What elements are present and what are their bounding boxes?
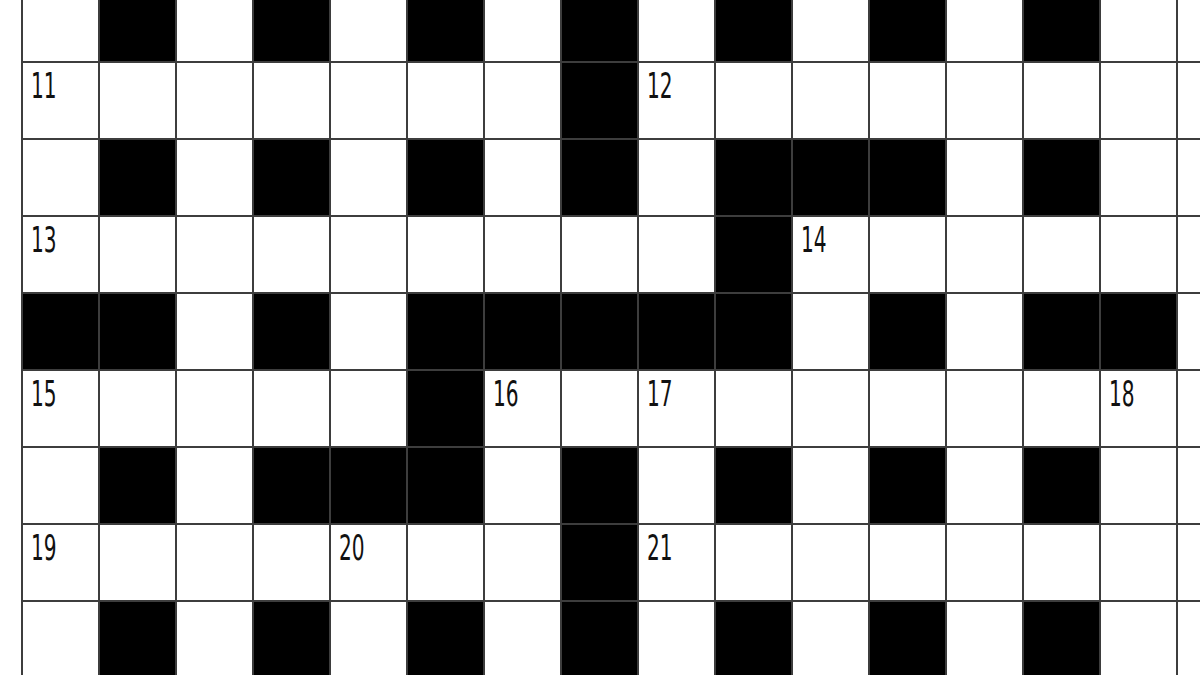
white-cell-r1c15[interactable]	[1178, 63, 1200, 138]
black-cell-r2c3	[254, 140, 329, 215]
white-cell-r3c10[interactable]: 14	[793, 217, 868, 292]
clue-number-13: 13	[31, 222, 57, 258]
white-cell-r3c15[interactable]	[1178, 217, 1200, 292]
white-cell-r7c3[interactable]	[254, 525, 329, 600]
black-cell-r8c1	[100, 602, 175, 675]
black-cell-r6c11	[870, 448, 945, 523]
white-cell-r1c2[interactable]	[177, 63, 252, 138]
white-cell-r1c13[interactable]	[1024, 63, 1099, 138]
white-cell-r5c8[interactable]: 17	[639, 371, 714, 446]
crossword-grid: 1112131415161718192021	[21, 0, 1200, 675]
white-cell-r3c14[interactable]	[1101, 217, 1176, 292]
white-cell-r4c2[interactable]	[177, 294, 252, 369]
white-cell-r6c15[interactable]	[1178, 448, 1200, 523]
clue-number-11: 11	[31, 68, 57, 104]
white-cell-r2c4[interactable]	[331, 140, 406, 215]
white-cell-r0c14[interactable]	[1101, 0, 1176, 61]
white-cell-r5c10[interactable]	[793, 371, 868, 446]
black-cell-r0c5	[408, 0, 483, 61]
clue-number-14: 14	[801, 222, 827, 258]
black-cell-r7c7	[562, 525, 637, 600]
black-cell-r6c1	[100, 448, 175, 523]
clue-number-21: 21	[647, 530, 673, 566]
white-cell-r3c13[interactable]	[1024, 217, 1099, 292]
white-cell-r8c8[interactable]	[639, 602, 714, 675]
black-cell-r6c3	[254, 448, 329, 523]
white-cell-r3c4[interactable]	[331, 217, 406, 292]
black-cell-r8c5	[408, 602, 483, 675]
white-cell-r1c5[interactable]	[408, 63, 483, 138]
white-cell-r6c8[interactable]	[639, 448, 714, 523]
black-cell-r2c7	[562, 140, 637, 215]
clue-number-18: 18	[1109, 376, 1135, 412]
white-cell-r3c6[interactable]	[485, 217, 560, 292]
black-cell-r4c5	[408, 294, 483, 369]
white-cell-r7c4[interactable]: 20	[331, 525, 406, 600]
white-cell-r3c1[interactable]	[100, 217, 175, 292]
white-cell-r7c6[interactable]	[485, 525, 560, 600]
white-cell-r0c8[interactable]	[639, 0, 714, 61]
white-cell-r5c9[interactable]	[716, 371, 791, 446]
black-cell-r2c13	[1024, 140, 1099, 215]
white-cell-r7c15[interactable]	[1178, 525, 1200, 600]
white-cell-r2c0[interactable]	[23, 140, 98, 215]
white-cell-r1c11[interactable]	[870, 63, 945, 138]
white-cell-r5c11[interactable]	[870, 371, 945, 446]
black-cell-r0c13	[1024, 0, 1099, 61]
white-cell-r1c8[interactable]: 12	[639, 63, 714, 138]
white-cell-r7c11[interactable]	[870, 525, 945, 600]
black-cell-r8c9	[716, 602, 791, 675]
black-cell-r6c5	[408, 448, 483, 523]
white-cell-r6c12[interactable]	[947, 448, 1022, 523]
black-cell-r4c11	[870, 294, 945, 369]
black-cell-r2c9	[716, 140, 791, 215]
clue-number-19: 19	[31, 530, 57, 566]
white-cell-r8c15[interactable]	[1178, 602, 1200, 675]
white-cell-r1c14[interactable]	[1101, 63, 1176, 138]
white-cell-r7c12[interactable]	[947, 525, 1022, 600]
white-cell-r7c8[interactable]: 21	[639, 525, 714, 600]
white-cell-r8c2[interactable]	[177, 602, 252, 675]
white-cell-r6c14[interactable]	[1101, 448, 1176, 523]
black-cell-r4c3	[254, 294, 329, 369]
white-cell-r2c6[interactable]	[485, 140, 560, 215]
white-cell-r3c2[interactable]	[177, 217, 252, 292]
white-cell-r8c0[interactable]	[23, 602, 98, 675]
white-cell-r0c2[interactable]	[177, 0, 252, 61]
white-cell-r8c12[interactable]	[947, 602, 1022, 675]
white-cell-r5c3[interactable]	[254, 371, 329, 446]
white-cell-r8c10[interactable]	[793, 602, 868, 675]
white-cell-r1c4[interactable]	[331, 63, 406, 138]
white-cell-r2c12[interactable]	[947, 140, 1022, 215]
white-cell-r5c2[interactable]	[177, 371, 252, 446]
white-cell-r4c12[interactable]	[947, 294, 1022, 369]
white-cell-r1c12[interactable]	[947, 63, 1022, 138]
black-cell-r8c7	[562, 602, 637, 675]
white-cell-r1c0[interactable]: 11	[23, 63, 98, 138]
black-cell-r8c3	[254, 602, 329, 675]
white-cell-r8c6[interactable]	[485, 602, 560, 675]
white-cell-r5c12[interactable]	[947, 371, 1022, 446]
white-cell-r3c11[interactable]	[870, 217, 945, 292]
white-cell-r5c13[interactable]	[1024, 371, 1099, 446]
white-cell-r7c1[interactable]	[100, 525, 175, 600]
white-cell-r2c14[interactable]	[1101, 140, 1176, 215]
white-cell-r8c14[interactable]	[1101, 602, 1176, 675]
white-cell-r3c12[interactable]	[947, 217, 1022, 292]
clue-number-15: 15	[31, 376, 57, 412]
white-cell-r0c10[interactable]	[793, 0, 868, 61]
black-cell-r6c4	[331, 448, 406, 523]
black-cell-r6c13	[1024, 448, 1099, 523]
crossword-page: 1112131415161718192021	[0, 0, 1200, 675]
black-cell-r0c3	[254, 0, 329, 61]
white-cell-r3c3[interactable]	[254, 217, 329, 292]
clue-number-16: 16	[493, 376, 519, 412]
white-cell-r3c7[interactable]	[562, 217, 637, 292]
black-cell-r8c13	[1024, 602, 1099, 675]
white-cell-r7c14[interactable]	[1101, 525, 1176, 600]
white-cell-r4c15[interactable]	[1178, 294, 1200, 369]
black-cell-r2c10	[793, 140, 868, 215]
white-cell-r0c4[interactable]	[331, 0, 406, 61]
white-cell-r2c15[interactable]	[1178, 140, 1200, 215]
white-cell-r7c9[interactable]	[716, 525, 791, 600]
white-cell-r6c0[interactable]	[23, 448, 98, 523]
white-cell-r4c10[interactable]	[793, 294, 868, 369]
white-cell-r7c13[interactable]	[1024, 525, 1099, 600]
white-cell-r7c5[interactable]	[408, 525, 483, 600]
white-cell-r1c3[interactable]	[254, 63, 329, 138]
white-cell-r0c15[interactable]	[1178, 0, 1200, 61]
white-cell-r6c2[interactable]	[177, 448, 252, 523]
black-cell-r8c11	[870, 602, 945, 675]
white-cell-r2c8[interactable]	[639, 140, 714, 215]
white-cell-r7c0[interactable]: 19	[23, 525, 98, 600]
white-cell-r6c10[interactable]	[793, 448, 868, 523]
black-cell-r0c11	[870, 0, 945, 61]
black-cell-r4c6	[485, 294, 560, 369]
white-cell-r5c6[interactable]: 16	[485, 371, 560, 446]
black-cell-r1c7	[562, 63, 637, 138]
white-cell-r5c14[interactable]: 18	[1101, 371, 1176, 446]
white-cell-r3c8[interactable]	[639, 217, 714, 292]
black-cell-r4c1	[100, 294, 175, 369]
white-cell-r3c5[interactable]	[408, 217, 483, 292]
white-cell-r5c15[interactable]	[1178, 371, 1200, 446]
white-cell-r5c0[interactable]: 15	[23, 371, 98, 446]
white-cell-r0c6[interactable]	[485, 0, 560, 61]
clue-number-12: 12	[647, 68, 673, 104]
white-cell-r1c1[interactable]	[100, 63, 175, 138]
black-cell-r3c9	[716, 217, 791, 292]
white-cell-r8c4[interactable]	[331, 602, 406, 675]
white-cell-r7c2[interactable]	[177, 525, 252, 600]
black-cell-r0c7	[562, 0, 637, 61]
black-cell-r6c7	[562, 448, 637, 523]
white-cell-r4c4[interactable]	[331, 294, 406, 369]
white-cell-r0c0[interactable]	[23, 0, 98, 61]
white-cell-r3c0[interactable]: 13	[23, 217, 98, 292]
clue-number-17: 17	[647, 376, 673, 412]
white-cell-r5c4[interactable]	[331, 371, 406, 446]
black-cell-r0c9	[716, 0, 791, 61]
white-cell-r1c10[interactable]	[793, 63, 868, 138]
white-cell-r7c10[interactable]	[793, 525, 868, 600]
black-cell-r6c9	[716, 448, 791, 523]
black-cell-r5c5	[408, 371, 483, 446]
black-cell-r2c11	[870, 140, 945, 215]
black-cell-r4c0	[23, 294, 98, 369]
black-cell-r4c13	[1024, 294, 1099, 369]
clue-number-20: 20	[339, 530, 365, 566]
black-cell-r4c14	[1101, 294, 1176, 369]
white-cell-r5c7[interactable]	[562, 371, 637, 446]
black-cell-r2c5	[408, 140, 483, 215]
white-cell-r1c6[interactable]	[485, 63, 560, 138]
black-cell-r4c8	[639, 294, 714, 369]
white-cell-r0c12[interactable]	[947, 0, 1022, 61]
black-cell-r2c1	[100, 140, 175, 215]
white-cell-r1c9[interactable]	[716, 63, 791, 138]
black-cell-r4c7	[562, 294, 637, 369]
white-cell-r2c2[interactable]	[177, 140, 252, 215]
white-cell-r6c6[interactable]	[485, 448, 560, 523]
white-cell-r5c1[interactable]	[100, 371, 175, 446]
black-cell-r0c1	[100, 0, 175, 61]
black-cell-r4c9	[716, 294, 791, 369]
